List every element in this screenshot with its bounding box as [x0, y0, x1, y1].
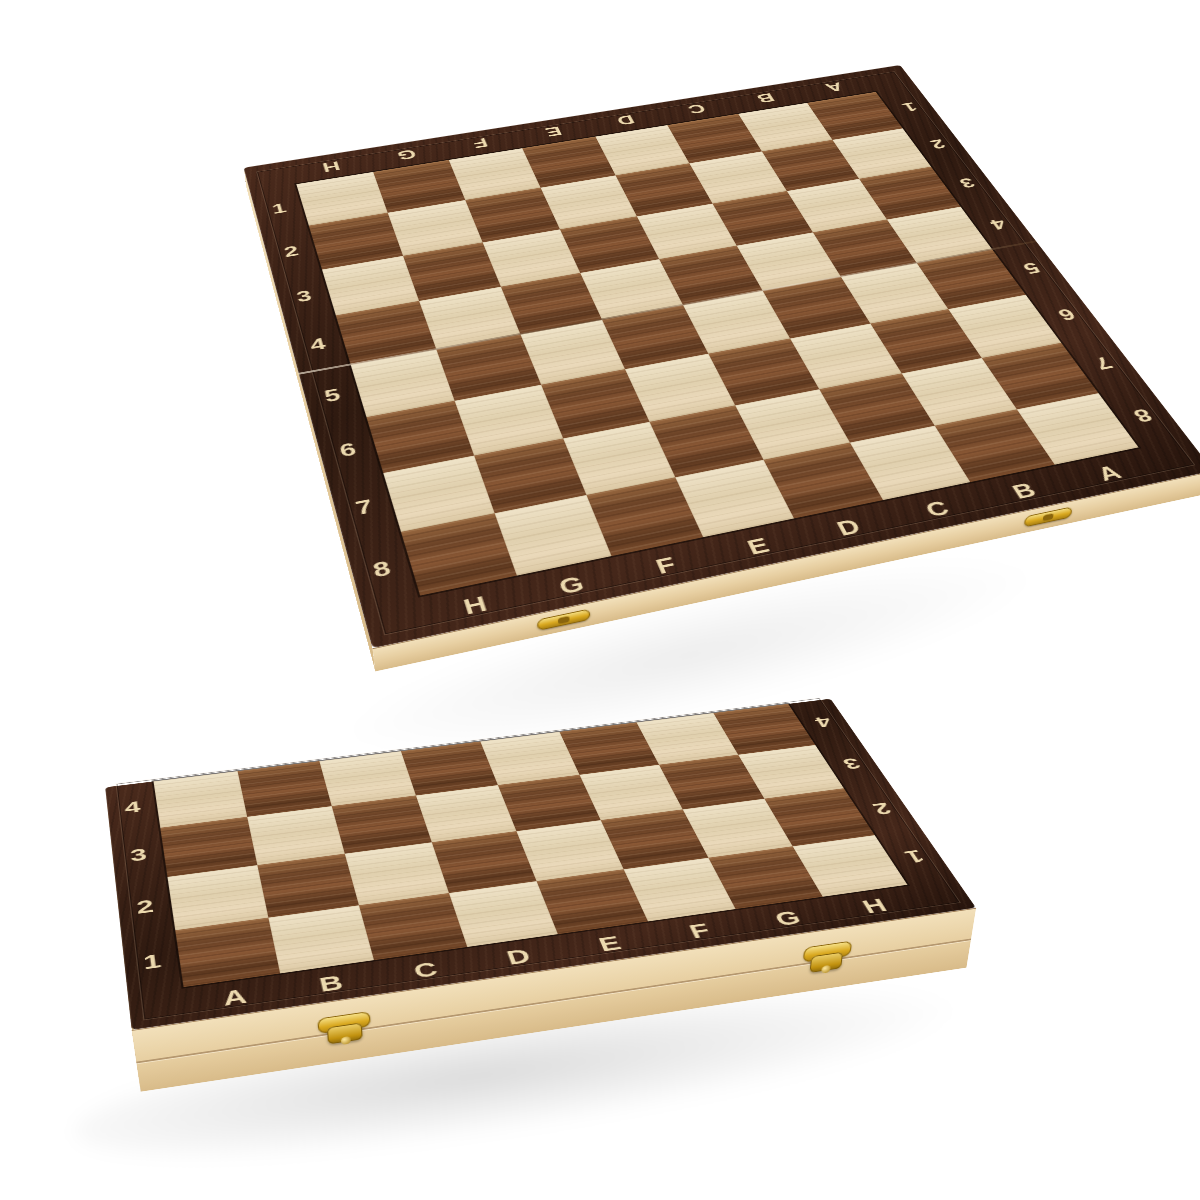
coordinate-label-c: C: [411, 958, 440, 983]
coordinate-label-d: D: [832, 514, 864, 541]
closed-square-b1: [268, 905, 374, 974]
coordinate-label-h: H: [320, 158, 342, 175]
coordinate-label-c: C: [684, 101, 708, 117]
coordinate-label-h: H: [460, 591, 490, 620]
coordinate-label-2: 2: [869, 798, 896, 817]
coordinate-label-d: D: [614, 112, 637, 128]
gold-latch: [1024, 506, 1073, 527]
latch-knob: [341, 1036, 351, 1045]
coordinate-label-e: E: [743, 533, 773, 560]
square-h7: [383, 455, 494, 532]
coordinate-label-2: 2: [135, 895, 155, 917]
coordinate-label-6: 6: [337, 438, 359, 462]
coordinate-label-5: 5: [1018, 258, 1044, 277]
open-board-object: HGFEDCBAHGFEDCBA1234567812345678: [244, 65, 1200, 648]
closed-square-c1: [359, 893, 467, 960]
square-h8: [401, 513, 517, 595]
gold-latch: [536, 609, 589, 631]
coordinate-label-g: G: [395, 146, 419, 163]
coordinate-label-d: D: [504, 944, 534, 969]
coordinate-label-7: 7: [1089, 352, 1117, 373]
coordinate-label-3: 3: [294, 287, 313, 307]
square-e8: [676, 460, 794, 537]
coordinate-label-1: 1: [142, 950, 162, 974]
square-d7: [735, 389, 850, 460]
coordinate-label-5: 5: [322, 384, 343, 406]
latch-knob: [821, 965, 831, 974]
coordinate-label-g: G: [771, 906, 805, 930]
square-e6: [625, 354, 735, 422]
closed-square-d1: [448, 881, 558, 947]
closed-square-c2: [345, 842, 449, 905]
coordinate-label-c: C: [921, 496, 954, 522]
coordinate-label-h: H: [858, 894, 891, 917]
square-a7: [982, 342, 1099, 409]
square-h5: [351, 349, 455, 417]
coordinate-label-a: A: [221, 984, 248, 1010]
square-f5: [520, 320, 625, 385]
coordinate-label-6: 6: [1053, 304, 1080, 324]
closed-square-e1: [536, 869, 647, 934]
coordinate-label-a: A: [822, 79, 846, 94]
square-a8: [1017, 393, 1138, 464]
closed-square-b3: [247, 806, 345, 865]
open-board-top-face: HGFEDCBAHGFEDCBA1234567812345678: [244, 65, 1200, 648]
square-f6: [541, 369, 650, 438]
square-b8: [934, 409, 1055, 482]
closed-square-h1: [792, 835, 907, 897]
square-g8: [494, 495, 611, 575]
coordinate-label-7: 7: [353, 495, 375, 520]
coordinate-label-4: 4: [308, 334, 328, 355]
square-g7: [474, 438, 586, 513]
coordinate-label-e: E: [595, 932, 624, 956]
coordinate-label-3: 3: [129, 845, 148, 866]
square-b7: [901, 358, 1017, 426]
closed-square-a2: [167, 865, 267, 930]
coordinate-label-b: B: [317, 971, 345, 997]
closed-square-a3: [160, 817, 257, 877]
square-h6: [366, 401, 473, 473]
coordinate-label-b: B: [1007, 478, 1041, 504]
coordinate-label-3: 3: [839, 754, 864, 772]
coordinate-label-e: E: [543, 123, 565, 139]
coordinate-label-g: G: [555, 571, 587, 600]
coordinate-label-8: 8: [370, 556, 393, 583]
square-d8: [764, 443, 883, 519]
coordinate-label-4: 4: [811, 713, 835, 730]
coordinate-label-2: 2: [282, 242, 301, 261]
coordinate-label-2: 2: [926, 136, 949, 152]
closed-square-g1: [708, 846, 822, 909]
gold-latch: [797, 940, 856, 980]
coordinate-label-f: F: [685, 919, 713, 942]
coordinate-label-f: F: [470, 135, 490, 151]
coordinate-label-f: F: [652, 552, 680, 579]
open-chess-board: HGFEDCBAHGFEDCBA1234567812345678: [298, 0, 1068, 690]
product-photo-canvas: HGFEDCBAHGFEDCBA1234567812345678 ABCDEFG…: [0, 0, 1200, 1200]
square-e5: [602, 305, 708, 369]
square-g6: [454, 385, 562, 456]
coordinate-label-4: 4: [123, 797, 141, 816]
square-b6: [870, 309, 982, 373]
coordinate-label-8: 8: [1128, 404, 1157, 427]
coordinate-label-b: B: [754, 90, 778, 106]
closed-square-a1: [175, 917, 279, 987]
square-f7: [563, 421, 676, 495]
closed-square-b2: [257, 854, 359, 918]
coordinate-label-1: 1: [270, 200, 288, 218]
square-c8: [850, 426, 970, 500]
coordinate-label-1: 1: [900, 846, 928, 867]
square-f8: [586, 477, 703, 556]
closed-square-f1: [623, 857, 736, 921]
square-c7: [819, 373, 934, 443]
square-d6: [708, 338, 819, 405]
gold-latch: [313, 1010, 376, 1051]
square-e7: [650, 405, 764, 477]
coordinate-label-1: 1: [899, 99, 921, 114]
square-c6: [790, 324, 901, 389]
square-h4: [336, 301, 436, 365]
coordinate-label-a: A: [1092, 460, 1126, 485]
coordinate-label-4: 4: [986, 215, 1011, 233]
closed-board-object: ABCDEFGH43214321: [105, 699, 976, 1030]
square-g5: [436, 334, 540, 400]
closed-chess-board: ABCDEFGH43214321: [122, 645, 922, 1045]
coordinate-label-3: 3: [955, 174, 979, 191]
